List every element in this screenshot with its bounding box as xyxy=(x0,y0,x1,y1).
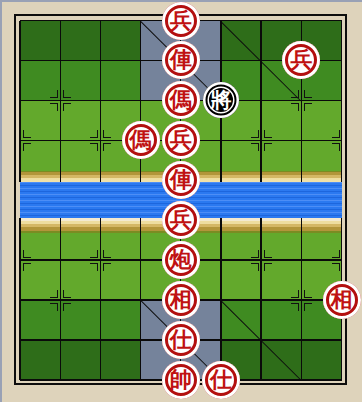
position-marker xyxy=(63,303,71,311)
position-marker xyxy=(103,143,111,151)
position-marker xyxy=(264,250,272,258)
piece-red-soldier[interactable]: 兵 xyxy=(162,2,200,40)
grid-line-vertical xyxy=(260,21,261,182)
piece-red-soldier[interactable]: 兵 xyxy=(162,121,200,159)
piece-red-horse[interactable]: 傌 xyxy=(162,81,200,119)
position-marker xyxy=(90,143,98,151)
position-marker xyxy=(264,130,272,138)
position-marker xyxy=(332,130,340,138)
grid-line-vertical xyxy=(260,218,261,380)
position-marker xyxy=(291,103,299,111)
xiangqi-board[interactable]: 兵俥兵傌將傌兵俥兵炮相相仕帥仕 xyxy=(20,21,342,381)
grid-line-vertical xyxy=(100,218,101,380)
position-marker xyxy=(23,250,31,258)
grid-line-vertical xyxy=(19,21,20,182)
grid-line-vertical xyxy=(60,218,61,380)
position-marker xyxy=(63,90,71,98)
grid-line-vertical xyxy=(341,21,342,182)
piece-red-chariot[interactable]: 俥 xyxy=(162,41,200,79)
position-marker xyxy=(332,143,340,151)
position-marker xyxy=(304,103,312,111)
position-marker xyxy=(304,290,312,298)
position-marker xyxy=(332,250,340,258)
position-marker xyxy=(50,103,58,111)
grid-line-vertical xyxy=(301,218,302,380)
position-marker xyxy=(63,290,71,298)
position-marker xyxy=(23,143,31,151)
position-marker xyxy=(50,303,58,311)
grid-line-vertical xyxy=(140,218,141,380)
position-marker xyxy=(251,250,259,258)
position-marker xyxy=(103,263,111,271)
grid-line-vertical xyxy=(19,218,20,380)
piece-red-elephant[interactable]: 相 xyxy=(323,281,361,319)
position-marker xyxy=(90,130,98,138)
position-marker xyxy=(90,250,98,258)
position-marker xyxy=(264,263,272,271)
piece-red-advisor[interactable]: 仕 xyxy=(202,361,240,399)
grid-line-vertical xyxy=(100,21,101,182)
piece-red-cannon[interactable]: 炮 xyxy=(162,241,200,279)
grid-line-vertical xyxy=(220,218,221,380)
position-marker xyxy=(251,143,259,151)
piece-red-elephant[interactable]: 相 xyxy=(162,281,200,319)
piece-red-general[interactable]: 帥 xyxy=(162,361,200,399)
position-marker xyxy=(304,303,312,311)
position-marker xyxy=(50,90,58,98)
position-marker xyxy=(332,263,340,271)
position-marker xyxy=(251,130,259,138)
position-marker xyxy=(50,290,58,298)
position-marker xyxy=(103,130,111,138)
position-marker xyxy=(23,130,31,138)
position-marker xyxy=(291,303,299,311)
position-marker xyxy=(90,263,98,271)
xiangqi-game-window: 兵俥兵傌將傌兵俥兵炮相相仕帥仕 xyxy=(0,0,362,402)
position-marker xyxy=(251,263,259,271)
position-marker xyxy=(264,143,272,151)
position-marker xyxy=(291,90,299,98)
piece-red-horse[interactable]: 傌 xyxy=(122,121,160,159)
piece-red-advisor[interactable]: 仕 xyxy=(162,321,200,359)
piece-red-chariot[interactable]: 俥 xyxy=(162,161,200,199)
position-marker xyxy=(103,250,111,258)
position-marker xyxy=(63,103,71,111)
piece-red-soldier[interactable]: 兵 xyxy=(162,201,200,239)
position-marker xyxy=(291,290,299,298)
position-marker xyxy=(304,90,312,98)
grid-line-vertical xyxy=(60,21,61,182)
position-marker xyxy=(23,263,31,271)
